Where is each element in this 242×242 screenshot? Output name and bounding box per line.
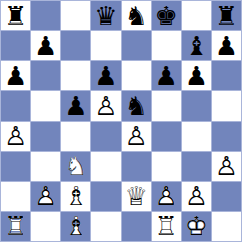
square-a3[interactable] xyxy=(1,152,30,181)
white-pawn-icon: ♟♙ xyxy=(152,182,181,211)
white-pawn-icon: ♟♙ xyxy=(31,182,60,211)
square-e7[interactable] xyxy=(122,31,151,60)
white-pawn-icon: ♟♙ xyxy=(122,122,151,151)
square-f1[interactable]: ♜♖ xyxy=(152,212,181,241)
white-bishop-icon: ♝♗ xyxy=(61,182,90,211)
square-a7[interactable] xyxy=(1,31,30,60)
white-pawn-icon: ♟♙ xyxy=(91,91,120,120)
square-b8[interactable] xyxy=(31,1,60,30)
black-king-icon: ♚ xyxy=(152,1,181,30)
square-f2[interactable]: ♟♙ xyxy=(152,182,181,211)
square-f8[interactable]: ♚ xyxy=(152,1,181,30)
square-b5[interactable] xyxy=(31,91,60,120)
white-bishop-icon: ♝♗ xyxy=(61,212,90,241)
black-queen-icon: ♛ xyxy=(91,1,120,30)
square-d3[interactable] xyxy=(91,152,120,181)
square-e3[interactable] xyxy=(122,152,151,181)
square-e6[interactable] xyxy=(122,61,151,90)
square-b2[interactable]: ♟♙ xyxy=(31,182,60,211)
square-f3[interactable] xyxy=(152,152,181,181)
square-g7[interactable]: ♝ xyxy=(182,31,211,60)
square-a8[interactable]: ♜ xyxy=(1,1,30,30)
chess-board: ♜♛♞♚♜♟♝♟♟♟♟♟♟♟♙♞♟♙♟♙♞♘♟♙♟♙♝♗♛♕♟♙♟♙♜♖♝♗♜♖… xyxy=(0,0,242,242)
square-h8[interactable]: ♜ xyxy=(212,1,241,30)
square-g1[interactable]: ♚♔ xyxy=(182,212,211,241)
square-f5[interactable] xyxy=(152,91,181,120)
square-b7[interactable]: ♟ xyxy=(31,31,60,60)
square-c5[interactable]: ♟ xyxy=(61,91,90,120)
square-g4[interactable] xyxy=(182,122,211,151)
black-pawn-icon: ♟ xyxy=(1,61,30,90)
square-b3[interactable] xyxy=(31,152,60,181)
square-h4[interactable] xyxy=(212,122,241,151)
white-knight-icon: ♞♘ xyxy=(61,152,90,181)
square-c6[interactable] xyxy=(61,61,90,90)
square-d4[interactable] xyxy=(91,122,120,151)
square-c4[interactable] xyxy=(61,122,90,151)
square-f6[interactable]: ♟ xyxy=(152,61,181,90)
black-rook-icon: ♜ xyxy=(1,1,30,30)
square-b1[interactable] xyxy=(31,212,60,241)
black-pawn-icon: ♟ xyxy=(31,31,60,60)
square-e4[interactable]: ♟♙ xyxy=(122,122,151,151)
square-a1[interactable]: ♜♖ xyxy=(1,212,30,241)
square-f4[interactable] xyxy=(152,122,181,151)
square-c8[interactable] xyxy=(61,1,90,30)
square-d8[interactable]: ♛ xyxy=(91,1,120,30)
square-d7[interactable] xyxy=(91,31,120,60)
square-g2[interactable]: ♟♙ xyxy=(182,182,211,211)
black-pawn-icon: ♟ xyxy=(61,91,90,120)
square-h2[interactable] xyxy=(212,182,241,211)
square-e5[interactable]: ♞ xyxy=(122,91,151,120)
white-pawn-icon: ♟♙ xyxy=(1,122,30,151)
square-b6[interactable] xyxy=(31,61,60,90)
square-c2[interactable]: ♝♗ xyxy=(61,182,90,211)
black-pawn-icon: ♟ xyxy=(182,61,211,90)
black-rook-icon: ♜ xyxy=(212,1,241,30)
square-a2[interactable] xyxy=(1,182,30,211)
square-c3[interactable]: ♞♘ xyxy=(61,152,90,181)
square-b4[interactable] xyxy=(31,122,60,151)
square-e2[interactable]: ♛♕ xyxy=(122,182,151,211)
white-queen-icon: ♛♕ xyxy=(122,182,151,211)
square-h1[interactable] xyxy=(212,212,241,241)
square-d5[interactable]: ♟♙ xyxy=(91,91,120,120)
square-h3[interactable]: ♟♙ xyxy=(212,152,241,181)
black-knight-icon: ♞ xyxy=(122,1,151,30)
square-g5[interactable] xyxy=(182,91,211,120)
square-e1[interactable] xyxy=(122,212,151,241)
white-king-icon: ♚♔ xyxy=(182,212,211,241)
square-e8[interactable]: ♞ xyxy=(122,1,151,30)
square-c1[interactable]: ♝♗ xyxy=(61,212,90,241)
square-c7[interactable] xyxy=(61,31,90,60)
square-d6[interactable]: ♟ xyxy=(91,61,120,90)
white-rook-icon: ♜♖ xyxy=(1,212,30,241)
black-pawn-icon: ♟ xyxy=(212,31,241,60)
square-g8[interactable] xyxy=(182,1,211,30)
square-h6[interactable] xyxy=(212,61,241,90)
square-d2[interactable] xyxy=(91,182,120,211)
square-h7[interactable]: ♟ xyxy=(212,31,241,60)
square-a5[interactable] xyxy=(1,91,30,120)
square-g3[interactable] xyxy=(182,152,211,181)
white-pawn-icon: ♟♙ xyxy=(212,152,241,181)
white-pawn-icon: ♟♙ xyxy=(182,182,211,211)
square-g6[interactable]: ♟ xyxy=(182,61,211,90)
square-h5[interactable] xyxy=(212,91,241,120)
square-f7[interactable] xyxy=(152,31,181,60)
black-pawn-icon: ♟ xyxy=(152,61,181,90)
black-pawn-icon: ♟ xyxy=(91,61,120,90)
square-d1[interactable] xyxy=(91,212,120,241)
black-bishop-icon: ♝ xyxy=(182,31,211,60)
square-a4[interactable]: ♟♙ xyxy=(1,122,30,151)
black-knight-icon: ♞ xyxy=(122,91,151,120)
white-rook-icon: ♜♖ xyxy=(152,212,181,241)
square-a6[interactable]: ♟ xyxy=(1,61,30,90)
